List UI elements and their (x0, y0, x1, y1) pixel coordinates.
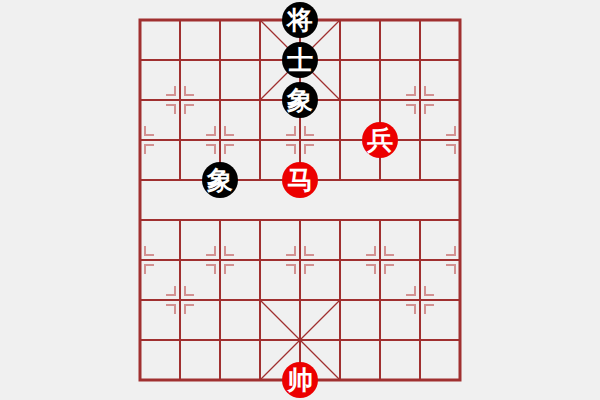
piece-red-general[interactable]: 帅 (282, 362, 318, 398)
piece-black-general[interactable]: 将 (282, 2, 318, 38)
pieces-layer: 将士象象兵马帅 (120, 0, 480, 400)
xiangqi-board: 将士象象兵马帅 (0, 0, 600, 400)
piece-red-horse[interactable]: 马 (282, 162, 318, 198)
piece-black-elephant-1[interactable]: 象 (282, 82, 318, 118)
piece-black-advisor[interactable]: 士 (282, 42, 318, 78)
piece-red-soldier[interactable]: 兵 (362, 122, 398, 158)
piece-black-elephant-2[interactable]: 象 (202, 162, 238, 198)
